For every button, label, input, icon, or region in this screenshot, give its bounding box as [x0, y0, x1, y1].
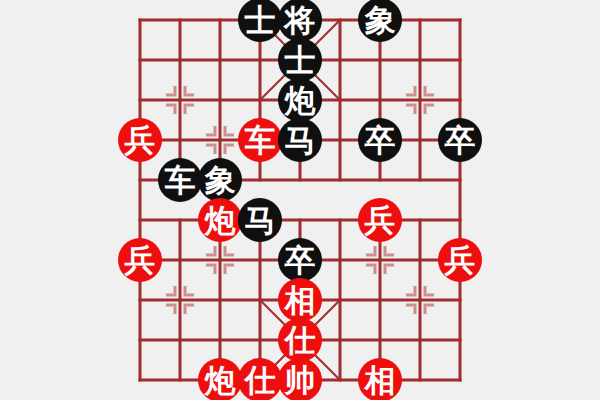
red-soldier[interactable]: 兵	[438, 238, 482, 282]
black-horse[interactable]: 马	[278, 118, 322, 162]
red-soldier[interactable]: 兵	[358, 198, 402, 242]
red-advisor[interactable]: 仕	[238, 358, 282, 400]
black-general[interactable]: 将	[278, 0, 322, 42]
red-elephant[interactable]: 相	[358, 358, 402, 400]
black-elephant[interactable]: 象	[198, 158, 242, 202]
red-chariot[interactable]: 车	[238, 118, 282, 162]
red-cannon[interactable]: 炮	[198, 358, 242, 400]
black-cannon[interactable]: 炮	[278, 78, 322, 122]
red-soldier[interactable]: 兵	[118, 118, 162, 162]
black-advisor[interactable]: 士	[238, 0, 282, 42]
red-advisor[interactable]: 仕	[278, 318, 322, 362]
red-elephant[interactable]: 相	[278, 278, 322, 322]
black-soldier[interactable]: 卒	[438, 118, 482, 162]
red-cannon[interactable]: 炮	[198, 198, 242, 242]
black-chariot[interactable]: 车	[158, 158, 202, 202]
black-advisor[interactable]: 士	[278, 38, 322, 82]
black-elephant[interactable]: 象	[358, 0, 402, 42]
xiangqi-board: 士将象士炮兵车马卒卒车象炮马兵兵卒兵相仕炮仕帅相	[0, 0, 600, 400]
black-soldier[interactable]: 卒	[358, 118, 402, 162]
black-horse[interactable]: 马	[238, 198, 282, 242]
red-general[interactable]: 帅	[278, 358, 322, 400]
black-soldier[interactable]: 卒	[278, 238, 322, 282]
red-soldier[interactable]: 兵	[118, 238, 162, 282]
